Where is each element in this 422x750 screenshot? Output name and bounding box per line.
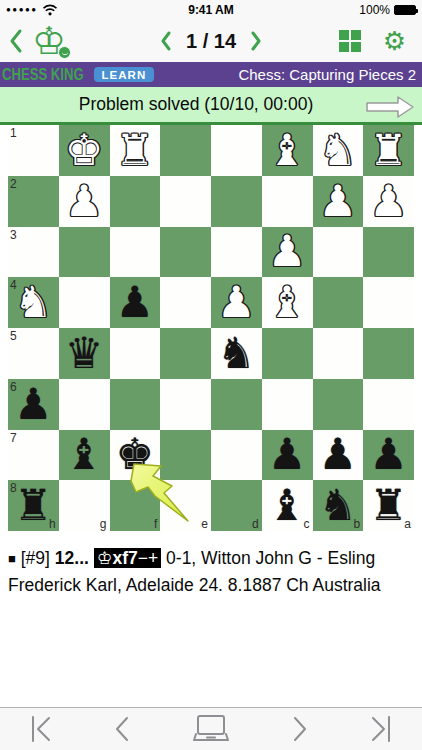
square-h2[interactable]: 2	[8, 176, 59, 227]
black-square-bullet-icon: ■	[8, 551, 16, 566]
square-c8[interactable]: c♝	[262, 480, 313, 531]
brand-bar: CHESS KING LEARN Chess: Capturing Pieces…	[0, 62, 422, 87]
king-piece-glyph: ♔	[97, 548, 113, 568]
square-g7[interactable]: ♝	[59, 430, 110, 481]
problem-number: [#9]	[21, 548, 50, 568]
square-a4[interactable]	[363, 277, 414, 328]
square-e4[interactable]	[160, 277, 211, 328]
black-rook[interactable]: ♜	[14, 484, 53, 527]
move-number: 12...	[55, 548, 89, 568]
problem-counter: 1 / 14	[186, 30, 236, 53]
square-a5[interactable]	[363, 328, 414, 379]
black-pawn[interactable]: ♟	[268, 433, 307, 476]
white-bishop[interactable]: ♝	[268, 129, 307, 172]
square-g8[interactable]: g	[59, 480, 110, 531]
square-d5[interactable]: ♞	[211, 328, 262, 379]
file-label: h	[49, 517, 56, 531]
square-d2[interactable]	[211, 176, 262, 227]
black-bishop[interactable]: ♝	[268, 484, 307, 527]
chevron-left-icon	[113, 714, 131, 744]
learn-badge: LEARN	[94, 67, 155, 82]
problem-solved-banner: Problem solved (10/10, 00:00)	[0, 87, 422, 125]
battery-percent: 100%	[359, 3, 390, 17]
rank-label: 4	[10, 278, 17, 292]
move-san: xf7	[112, 548, 137, 568]
square-d3[interactable]	[211, 227, 262, 278]
next-problem-button[interactable]	[250, 31, 262, 51]
white-rook[interactable]: ♜	[369, 129, 408, 172]
first-move-button[interactable]	[28, 714, 54, 744]
logo-smiley-badge	[58, 46, 71, 59]
square-h8[interactable]: 8h♜	[8, 480, 59, 531]
black-pawn[interactable]: ♟	[369, 433, 408, 476]
square-e5[interactable]	[160, 328, 211, 379]
square-d6[interactable]	[211, 379, 262, 430]
square-f8[interactable]: f	[110, 480, 161, 531]
square-b2[interactable]: ♟	[313, 176, 364, 227]
white-pawn[interactable]: ♟	[65, 180, 104, 223]
white-pawn[interactable]: ♟	[369, 180, 408, 223]
square-b7[interactable]: ♟	[313, 430, 364, 481]
white-king[interactable]: ♚	[65, 129, 104, 172]
previous-move-button[interactable]	[113, 714, 131, 744]
square-b8[interactable]: b♞	[313, 480, 364, 531]
file-label: c	[304, 517, 310, 531]
square-h4[interactable]: 4♞	[8, 277, 59, 328]
square-h3[interactable]: 3	[8, 227, 59, 278]
black-bishop[interactable]: ♝	[65, 433, 104, 476]
next-move-button[interactable]	[291, 714, 309, 744]
square-h5[interactable]: 5	[8, 328, 59, 379]
rank-label: 3	[10, 228, 17, 242]
file-label: g	[100, 517, 107, 531]
square-b4[interactable]	[313, 277, 364, 328]
rank-label: 2	[10, 177, 17, 191]
square-c2[interactable]	[262, 176, 313, 227]
square-h7[interactable]: 7	[8, 430, 59, 481]
white-bishop[interactable]: ♝	[268, 281, 307, 324]
file-label: b	[354, 517, 361, 531]
square-g3[interactable]	[59, 227, 110, 278]
current-move[interactable]: ♔xf7−+	[94, 548, 161, 568]
black-pawn[interactable]: ♟	[116, 281, 155, 324]
square-b5[interactable]	[313, 328, 364, 379]
square-g6[interactable]	[59, 379, 110, 430]
square-g5[interactable]: ♛	[59, 328, 110, 379]
square-e3[interactable]	[160, 227, 211, 278]
skip-to-start-icon	[28, 714, 54, 744]
square-e2[interactable]	[160, 176, 211, 227]
file-label: a	[404, 517, 411, 531]
problem-list-button[interactable]	[339, 30, 361, 52]
square-g1[interactable]: ♚	[59, 125, 110, 176]
black-pawn[interactable]: ♟	[319, 433, 358, 476]
white-pawn[interactable]: ♟	[217, 281, 256, 324]
rank-label: 8	[10, 481, 17, 495]
laptop-icon	[190, 713, 232, 745]
square-a2[interactable]: ♟	[363, 176, 414, 227]
square-a6[interactable]	[363, 379, 414, 430]
grid-icon	[339, 30, 349, 40]
chevron-right-icon	[291, 714, 309, 744]
game-caption: ■ [#9] 12... ♔xf7−+ 0-1, Witton John G -…	[0, 531, 422, 599]
square-c4[interactable]: ♝	[262, 277, 313, 328]
brand-logo-text: CHESS KING	[2, 66, 84, 84]
square-f1[interactable]: ♜	[110, 125, 161, 176]
chess-king-logo[interactable]: ♔	[26, 21, 72, 61]
square-e8[interactable]: e	[160, 480, 211, 531]
square-e1[interactable]	[160, 125, 211, 176]
black-pawn[interactable]: ♟	[14, 383, 53, 426]
square-f2[interactable]	[110, 176, 161, 227]
rank-label: 1	[10, 126, 17, 140]
square-f4[interactable]: ♟	[110, 277, 161, 328]
navigation-bar: ♔ 1 / 14 ⚙	[0, 20, 422, 62]
previous-problem-button[interactable]	[160, 31, 172, 51]
square-f3[interactable]	[110, 227, 161, 278]
black-king[interactable]: ♚	[116, 433, 155, 476]
square-d7[interactable]	[211, 430, 262, 481]
black-knight[interactable]: ♞	[319, 484, 358, 527]
square-c5[interactable]	[262, 328, 313, 379]
white-knight[interactable]: ♞	[319, 129, 358, 172]
square-h6[interactable]: 6♟	[8, 379, 59, 430]
skip-to-end-icon	[368, 714, 394, 744]
rank-label: 6	[10, 380, 17, 394]
square-g4[interactable]	[59, 277, 110, 328]
white-rook[interactable]: ♜	[116, 129, 155, 172]
square-a3[interactable]	[363, 227, 414, 278]
settings-button[interactable]: ⚙	[383, 28, 406, 54]
square-h1[interactable]: 1	[8, 125, 59, 176]
move-navigation-toolbar	[0, 707, 422, 750]
square-e7[interactable]	[160, 430, 211, 481]
cell-signal-icon: ●●●●●	[6, 6, 38, 14]
square-b3[interactable]	[313, 227, 364, 278]
file-label: f	[154, 517, 157, 531]
course-title: Chess: Capturing Pieces 2	[154, 66, 416, 83]
square-d1[interactable]	[211, 125, 262, 176]
black-queen[interactable]: ♛	[65, 332, 104, 375]
square-c3[interactable]: ♟	[262, 227, 313, 278]
square-f6[interactable]	[110, 379, 161, 430]
chess-board[interactable]: 1♚♜♝♞♜2♟♟♟3♟4♞♟♟♝5♛♞6♟7♝♚♟♟♟8h♜gfedc♝b♞a…	[8, 125, 414, 531]
rank-label: 7	[10, 431, 17, 445]
move-eval: −+	[138, 548, 158, 568]
rank-label: 5	[10, 329, 17, 343]
square-e6[interactable]	[160, 379, 211, 430]
wifi-icon	[42, 4, 58, 16]
file-label: d	[252, 517, 259, 531]
status-bar: ●●●●● 9:41 AM 100%	[0, 0, 422, 20]
square-f7[interactable]: ♚	[110, 430, 161, 481]
problem-solved-text: Problem solved (10/10, 00:00)	[79, 94, 313, 115]
battery-icon	[394, 5, 416, 15]
square-b6[interactable]	[313, 379, 364, 430]
square-a1[interactable]: ♜	[363, 125, 414, 176]
square-f5[interactable]	[110, 328, 161, 379]
square-a7[interactable]: ♟	[363, 430, 414, 481]
engine-analysis-button[interactable]	[190, 713, 232, 745]
next-arrow-button[interactable]	[365, 95, 415, 119]
square-c6[interactable]	[262, 379, 313, 430]
black-rook[interactable]: ♜	[369, 484, 408, 527]
black-knight[interactable]: ♞	[217, 332, 256, 375]
last-move-button[interactable]	[368, 714, 394, 744]
white-pawn[interactable]: ♟	[319, 180, 358, 223]
square-c7[interactable]: ♟	[262, 430, 313, 481]
square-b1[interactable]: ♞	[313, 125, 364, 176]
file-label: e	[201, 517, 208, 531]
square-g2[interactable]: ♟	[59, 176, 110, 227]
square-d8[interactable]: d	[211, 480, 262, 531]
back-button[interactable]	[8, 28, 24, 54]
white-knight[interactable]: ♞	[14, 281, 53, 324]
clock: 9:41 AM	[126, 3, 296, 17]
white-pawn[interactable]: ♟	[268, 230, 307, 273]
chess-board-container: 1♚♜♝♞♜2♟♟♟3♟4♞♟♟♝5♛♞6♟7♝♚♟♟♟8h♜gfedc♝b♞a…	[0, 125, 422, 531]
square-d4[interactable]: ♟	[211, 277, 262, 328]
square-a8[interactable]: a♜	[363, 480, 414, 531]
square-c1[interactable]: ♝	[262, 125, 313, 176]
